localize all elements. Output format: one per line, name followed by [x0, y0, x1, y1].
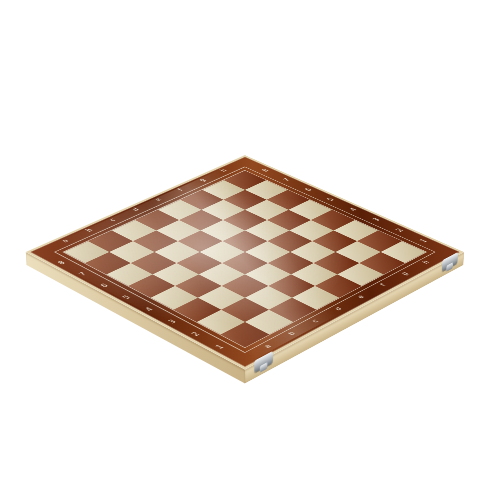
piece-black-pawn-a7-glyph: ♟: [89, 225, 127, 264]
chess-set-scene: abcdefgh abcdefgh 87654321 87654321 ♜♞♝♛…: [0, 0, 500, 500]
chessboard: abcdefgh abcdefgh 87654321 87654321 ♜♞♝♛…: [26, 155, 464, 370]
piece-white-rook-a1-glyph: ♜: [221, 286, 269, 335]
product-photo-white-background: abcdefgh abcdefgh 87654321 87654321 ♜♞♝♛…: [0, 0, 500, 500]
